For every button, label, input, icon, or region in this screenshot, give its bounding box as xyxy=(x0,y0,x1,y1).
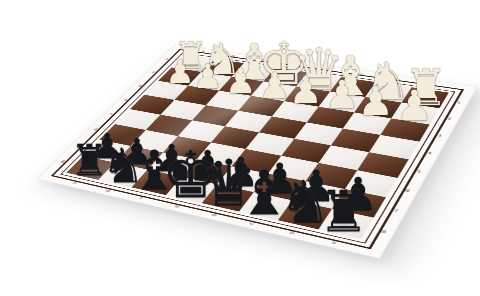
chess-board-mat: hhggffeeddccbbaa1122334455667788 xyxy=(36,44,477,259)
chess-set-photo: hhggffeeddccbbaa1122334455667788 ♜♞♝♛♚♝♞… xyxy=(0,0,480,296)
